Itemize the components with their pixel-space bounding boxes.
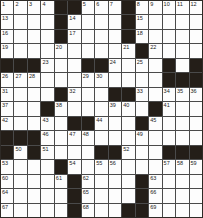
grid-cell[interactable] [41, 73, 53, 86]
grid-cell[interactable] [176, 189, 188, 202]
grid-cell[interactable] [136, 102, 148, 115]
grid-cell[interactable] [122, 189, 134, 202]
grid-cell[interactable] [14, 15, 26, 28]
clue-number: 45 [150, 117, 156, 123]
block-cell [176, 73, 188, 86]
grid-cell[interactable]: 34 [163, 88, 175, 101]
block-cell [176, 146, 188, 159]
grid-cell[interactable]: 42 [1, 117, 13, 130]
clue-number: 60 [2, 175, 8, 181]
clue-number: 41 [164, 102, 170, 108]
grid-cell[interactable]: 28 [28, 73, 40, 86]
grid-cell[interactable] [149, 15, 161, 28]
grid-cell[interactable] [163, 117, 175, 130]
grid-cell[interactable] [163, 131, 175, 144]
grid-cell[interactable] [149, 131, 161, 144]
grid-cell[interactable]: 53 [1, 160, 13, 173]
grid-cell[interactable]: 20 [55, 44, 67, 57]
grid-cell[interactable] [190, 117, 202, 130]
grid-cell[interactable]: 7 [109, 1, 121, 14]
grid-cell[interactable] [109, 15, 121, 28]
grid-cell[interactable] [82, 102, 94, 115]
grid-cell[interactable]: 14 [68, 15, 80, 28]
grid-cell[interactable] [41, 15, 53, 28]
grid-cell[interactable]: 33 [136, 88, 148, 101]
clue-number: 12 [191, 1, 197, 7]
clue-number: 5 [83, 1, 86, 7]
grid-cell[interactable] [41, 175, 53, 188]
block-cell [1, 146, 13, 159]
grid-cell[interactable] [190, 175, 202, 188]
grid-cell[interactable] [163, 189, 175, 202]
grid-cell[interactable] [109, 117, 121, 130]
grid-cell[interactable] [55, 189, 67, 202]
clue-number: 13 [2, 15, 8, 21]
grid-cell[interactable] [149, 30, 161, 43]
clue-number: 35 [177, 88, 183, 94]
grid-cell[interactable]: 56 [109, 160, 121, 173]
clue-number: 8 [137, 1, 140, 7]
clue-number: 32 [69, 88, 75, 94]
block-cell [55, 1, 67, 14]
grid-cell[interactable]: 15 [136, 15, 148, 28]
grid-cell[interactable]: 6 [95, 1, 107, 14]
grid-cell[interactable]: 48 [82, 131, 94, 144]
clue-number: 65 [83, 189, 89, 195]
block-cell [163, 59, 175, 72]
block-cell [109, 88, 121, 101]
grid-cell[interactable] [163, 175, 175, 188]
block-cell [28, 59, 40, 72]
grid-cell[interactable]: 11 [176, 1, 188, 14]
clue-number: 50 [15, 146, 21, 152]
grid-cell[interactable] [176, 102, 188, 115]
grid-cell[interactable] [95, 15, 107, 28]
grid-cell[interactable]: 64 [1, 189, 13, 202]
clue-number: 27 [15, 73, 21, 79]
block-cell [95, 59, 107, 72]
block-cell [122, 88, 134, 101]
clue-number: 31 [2, 88, 8, 94]
block-cell [190, 73, 202, 86]
grid-cell[interactable] [82, 146, 94, 159]
clue-number: 6 [96, 1, 99, 7]
grid-cell[interactable] [28, 117, 40, 130]
block-cell [28, 146, 40, 159]
grid-cell[interactable] [136, 160, 148, 173]
clue-number: 24 [110, 59, 116, 65]
grid-cell[interactable] [14, 204, 26, 217]
grid-cell[interactable] [136, 73, 148, 86]
grid-cell[interactable] [176, 59, 188, 72]
grid-cell[interactable] [14, 44, 26, 57]
grid-cell[interactable] [82, 44, 94, 57]
clue-number: 40 [123, 102, 129, 108]
grid-cell[interactable] [163, 204, 175, 217]
grid-cell[interactable] [109, 189, 121, 202]
grid-cell[interactable]: 51 [41, 146, 53, 159]
grid-cell[interactable] [82, 15, 94, 28]
grid-cell[interactable]: 41 [163, 102, 175, 115]
grid-cell[interactable] [95, 30, 107, 43]
clue-number: 42 [2, 117, 8, 123]
clue-number: 57 [164, 160, 170, 166]
grid-cell[interactable]: 55 [95, 160, 107, 173]
grid-cell[interactable] [28, 44, 40, 57]
clue-number: 68 [83, 204, 89, 210]
grid-cell[interactable] [55, 204, 67, 217]
clue-number: 15 [137, 15, 143, 21]
grid-cell[interactable]: 68 [82, 204, 94, 217]
block-cell [41, 102, 53, 115]
block-cell [136, 204, 148, 217]
grid-cell[interactable] [28, 30, 40, 43]
grid-cell[interactable]: 23 [41, 59, 53, 72]
grid-cell[interactable] [28, 88, 40, 101]
grid-cell[interactable]: 52 [122, 146, 134, 159]
clue-number: 53 [2, 160, 8, 166]
grid-cell[interactable] [190, 131, 202, 144]
grid-cell[interactable] [14, 175, 26, 188]
grid-cell[interactable]: 16 [1, 30, 13, 43]
block-cell [190, 146, 202, 159]
grid-cell[interactable] [14, 117, 26, 130]
grid-cell[interactable] [55, 131, 67, 144]
grid-cell[interactable]: 13 [1, 15, 13, 28]
clue-number: 2 [15, 1, 18, 7]
block-cell [136, 117, 148, 130]
grid-cell[interactable]: 22 [149, 44, 161, 57]
clue-number: 59 [191, 160, 197, 166]
grid-cell[interactable] [14, 88, 26, 101]
grid-cell[interactable]: 38 [55, 102, 67, 115]
block-cell [163, 73, 175, 86]
grid-cell[interactable] [190, 15, 202, 28]
grid-cell[interactable] [190, 102, 202, 115]
grid-cell[interactable]: 25 [136, 59, 148, 72]
grid-cell[interactable]: 62 [82, 175, 94, 188]
grid-cell[interactable] [149, 88, 161, 101]
grid-cell[interactable] [176, 117, 188, 130]
grid-cell[interactable] [55, 73, 67, 86]
grid-cell[interactable] [14, 102, 26, 115]
block-cell [122, 15, 134, 28]
grid-cell[interactable] [122, 117, 134, 130]
grid-cell[interactable]: 9 [149, 1, 161, 14]
clue-number: 23 [42, 59, 48, 65]
grid-cell[interactable] [136, 146, 148, 159]
clue-number: 49 [137, 131, 143, 137]
grid-cell[interactable] [176, 15, 188, 28]
clue-number: 19 [2, 44, 8, 50]
grid-cell[interactable] [109, 73, 121, 86]
clue-number: 11 [177, 1, 183, 7]
clue-number: 34 [164, 88, 170, 94]
grid-cell[interactable]: 63 [149, 175, 161, 188]
grid-cell[interactable] [14, 160, 26, 173]
clue-number: 21 [123, 44, 129, 50]
clue-number: 9 [150, 1, 153, 7]
block-cell [163, 146, 175, 159]
grid-cell[interactable] [41, 44, 53, 57]
block-cell [122, 204, 134, 217]
grid-cell[interactable]: 50 [14, 146, 26, 159]
grid-cell[interactable]: 8 [136, 1, 148, 14]
clue-number: 47 [69, 131, 75, 137]
grid-cell[interactable] [163, 30, 175, 43]
grid-cell[interactable] [122, 131, 134, 144]
clue-number: 61 [56, 175, 62, 181]
grid-cell[interactable]: 58 [176, 160, 188, 173]
grid-cell[interactable]: 17 [68, 30, 80, 43]
grid-cell[interactable] [82, 88, 94, 101]
grid-cell[interactable] [122, 59, 134, 72]
grid-cell[interactable]: 39 [109, 102, 121, 115]
grid-cell[interactable] [28, 102, 40, 115]
grid-cell[interactable] [82, 30, 94, 43]
clue-number: 64 [2, 189, 8, 195]
block-cell [122, 30, 134, 43]
block-cell [14, 131, 26, 144]
clue-number: 3 [29, 1, 32, 7]
block-cell [14, 59, 26, 72]
block-cell [55, 15, 67, 28]
grid-cell[interactable] [109, 204, 121, 217]
grid-cell[interactable] [95, 44, 107, 57]
grid-cell[interactable]: 49 [136, 131, 148, 144]
block-cell [82, 117, 94, 130]
grid-cell[interactable] [28, 189, 40, 202]
grid-cell[interactable]: 12 [190, 1, 202, 14]
grid-cell[interactable]: 45 [149, 117, 161, 130]
clue-number: 39 [110, 102, 116, 108]
grid-cell[interactable] [149, 160, 161, 173]
grid-cell[interactable]: 43 [41, 117, 53, 130]
grid-cell[interactable] [122, 73, 134, 86]
grid-cell[interactable] [68, 59, 80, 72]
clue-number: 7 [110, 1, 113, 7]
clue-number: 25 [137, 59, 143, 65]
grid-cell[interactable]: 30 [95, 73, 107, 86]
clue-number: 36 [191, 88, 197, 94]
grid-cell[interactable] [68, 146, 80, 159]
grid-cell[interactable] [95, 102, 107, 115]
grid-cell[interactable] [95, 204, 107, 217]
block-cell [122, 1, 134, 14]
grid-cell[interactable]: 61 [55, 175, 67, 188]
block-cell [55, 30, 67, 43]
grid-cell[interactable]: 3 [28, 1, 40, 14]
block-cell [136, 44, 148, 57]
grid-cell[interactable] [109, 131, 121, 144]
block-cell [136, 189, 148, 202]
grid-cell[interactable] [28, 175, 40, 188]
grid-cell[interactable]: 37 [1, 102, 13, 115]
grid-cell[interactable] [68, 73, 80, 86]
block-cell [82, 59, 94, 72]
grid-cell[interactable]: 19 [1, 44, 13, 57]
grid-cell[interactable]: 5 [82, 1, 94, 14]
grid-cell[interactable] [41, 30, 53, 43]
grid-cell[interactable] [122, 175, 134, 188]
clue-number: 4 [42, 1, 45, 7]
clue-number: 16 [2, 30, 8, 36]
clue-number: 62 [83, 175, 89, 181]
block-cell [109, 146, 121, 159]
grid-cell[interactable] [190, 204, 202, 217]
grid-cell[interactable]: 21 [122, 44, 134, 57]
grid-cell[interactable] [55, 59, 67, 72]
clue-number: 14 [69, 15, 75, 21]
clue-number: 46 [42, 131, 48, 137]
clue-number: 55 [96, 160, 102, 166]
block-cell [1, 59, 13, 72]
grid-cell[interactable]: 27 [14, 73, 26, 86]
clue-number: 44 [96, 117, 102, 123]
grid-cell[interactable]: 24 [109, 59, 121, 72]
clue-number: 66 [150, 189, 156, 195]
block-cell [55, 88, 67, 101]
grid-cell[interactable] [176, 30, 188, 43]
clue-number: 20 [56, 44, 62, 50]
block-cell [95, 146, 107, 159]
grid-cell[interactable]: 4 [41, 1, 53, 14]
grid-cell[interactable]: 29 [82, 73, 94, 86]
clue-number: 38 [56, 102, 62, 108]
grid-cell[interactable]: 69 [149, 204, 161, 217]
grid-cell[interactable] [109, 30, 121, 43]
grid-cell[interactable] [95, 189, 107, 202]
clue-number: 10 [164, 1, 170, 7]
clue-number: 37 [2, 102, 8, 108]
grid-cell[interactable]: 26 [1, 73, 13, 86]
grid-cell[interactable] [95, 88, 107, 101]
grid-cell[interactable]: 47 [68, 131, 80, 144]
grid-cell[interactable]: 66 [149, 189, 161, 202]
grid-cell[interactable] [41, 88, 53, 101]
grid-cell[interactable] [28, 160, 40, 173]
grid-cell[interactable] [176, 204, 188, 217]
grid-cell[interactable]: 44 [95, 117, 107, 130]
grid-cell[interactable]: 18 [136, 30, 148, 43]
grid-cell[interactable] [190, 189, 202, 202]
block-cell [68, 204, 80, 217]
grid-cell[interactable] [41, 160, 53, 173]
grid-cell[interactable] [163, 44, 175, 57]
grid-cell[interactable] [163, 15, 175, 28]
block-cell [68, 189, 80, 202]
clue-number: 28 [29, 73, 35, 79]
grid-cell[interactable]: 32 [68, 88, 80, 101]
grid-cell[interactable] [190, 44, 202, 57]
grid-cell[interactable]: 35 [176, 88, 188, 101]
grid-cell[interactable]: 1 [1, 1, 13, 14]
grid-cell[interactable] [55, 146, 67, 159]
clue-number: 52 [123, 146, 129, 152]
grid-cell[interactable] [82, 160, 94, 173]
block-cell [149, 102, 161, 115]
clue-number: 56 [110, 160, 116, 166]
grid-cell[interactable]: 60 [1, 175, 13, 188]
clue-number: 29 [83, 73, 89, 79]
grid-cell[interactable] [55, 117, 67, 130]
block-cell [68, 1, 80, 14]
grid-cell[interactable] [149, 59, 161, 72]
grid-cell[interactable] [68, 102, 80, 115]
grid-cell[interactable] [176, 44, 188, 57]
grid-cell[interactable] [41, 204, 53, 217]
block-cell [68, 175, 80, 188]
grid-cell[interactable]: 57 [163, 160, 175, 173]
clue-number: 63 [150, 175, 156, 181]
grid-cell[interactable] [109, 175, 121, 188]
grid-cell[interactable] [14, 30, 26, 43]
grid-cell[interactable]: 36 [190, 88, 202, 101]
clue-number: 26 [2, 73, 8, 79]
grid-cell[interactable] [176, 131, 188, 144]
clue-number: 17 [69, 30, 75, 36]
block-cell [55, 160, 67, 173]
grid-cell[interactable]: 40 [122, 102, 134, 115]
grid-cell[interactable] [95, 175, 107, 188]
grid-cell[interactable] [41, 189, 53, 202]
grid-cell[interactable] [28, 204, 40, 217]
grid-cell[interactable] [176, 175, 188, 188]
crossword-grid: 1234567891011121314151617181920212223242… [0, 0, 203, 218]
clue-number: 22 [150, 44, 156, 50]
grid-cell[interactable] [95, 131, 107, 144]
grid-cell[interactable] [190, 30, 202, 43]
clue-number: 48 [83, 131, 89, 137]
block-cell [136, 175, 148, 188]
grid-cell[interactable] [149, 146, 161, 159]
grid-cell[interactable] [149, 73, 161, 86]
grid-cell[interactable] [122, 160, 134, 173]
block-cell [190, 59, 202, 72]
grid-cell[interactable]: 31 [1, 88, 13, 101]
clue-number: 54 [69, 160, 75, 166]
grid-cell[interactable]: 65 [82, 189, 94, 202]
grid-cell[interactable]: 10 [163, 1, 175, 14]
clue-number: 67 [2, 204, 8, 210]
grid-cell[interactable]: 46 [41, 131, 53, 144]
grid-cell[interactable] [28, 15, 40, 28]
clue-number: 33 [137, 88, 143, 94]
grid-cell[interactable] [14, 189, 26, 202]
clue-number: 30 [96, 73, 102, 79]
block-cell [28, 131, 40, 144]
grid-cell[interactable]: 2 [14, 1, 26, 14]
grid-cell[interactable] [109, 44, 121, 57]
grid-cell[interactable] [68, 44, 80, 57]
grid-cell[interactable]: 54 [68, 160, 80, 173]
clue-number: 18 [137, 30, 143, 36]
clue-number: 43 [42, 117, 48, 123]
clue-number: 51 [42, 146, 48, 152]
clue-number: 58 [177, 160, 183, 166]
block-cell [68, 117, 80, 130]
clue-number: 69 [150, 204, 156, 210]
block-cell [1, 131, 13, 144]
grid-cell[interactable]: 59 [190, 160, 202, 173]
clue-number: 1 [2, 1, 5, 7]
grid-cell[interactable]: 67 [1, 204, 13, 217]
